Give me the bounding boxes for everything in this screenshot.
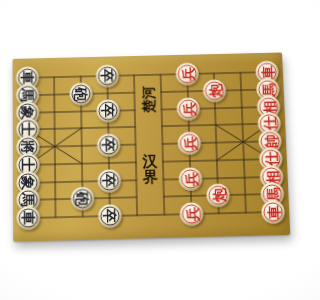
piece-black-soldier[interactable]: 卒 (98, 204, 122, 228)
piece-glyph-soldier: 卒 (98, 169, 121, 193)
xiangqi-board: 河 楚 汉 界 車馬象士將士象馬車砲砲卒卒卒卒卒兵兵兵兵兵炮炮車馬相仕帥仕相馬車 (13, 52, 291, 241)
piece-red-soldier[interactable]: 兵 (177, 97, 200, 120)
photo-background: 河 楚 汉 界 車馬象士將士象馬車砲砲卒卒卒卒卒兵兵兵兵兵炮炮車馬相仕帥仕相馬車 (0, 0, 300, 300)
piece-glyph-soldier: 兵 (176, 63, 199, 86)
piece-red-soldier[interactable]: 兵 (178, 132, 202, 155)
piece-glyph-soldier: 兵 (179, 167, 203, 190)
piece-glyph-cannon: 炮 (203, 79, 227, 102)
piece-black-soldier[interactable]: 卒 (96, 99, 119, 122)
piece-glyph-chariot: 車 (17, 206, 40, 230)
piece-glyph-soldier: 卒 (98, 204, 122, 228)
piece-black-cannon[interactable]: 砲 (69, 83, 92, 106)
piece-red-chariot[interactable]: 車 (261, 200, 285, 224)
piece-black-chariot[interactable]: 車 (17, 206, 40, 230)
piece-red-soldier[interactable]: 兵 (180, 202, 204, 226)
piece-glyph-soldier: 兵 (177, 97, 200, 120)
piece-glyph-chariot: 車 (261, 200, 285, 224)
piece-glyph-soldier: 兵 (180, 202, 204, 226)
piece-red-cannon[interactable]: 炮 (206, 183, 230, 207)
piece-glyph-soldier: 兵 (178, 132, 202, 155)
piece-red-soldier[interactable]: 兵 (179, 167, 203, 190)
piece-glyph-soldier: 卒 (96, 99, 119, 122)
piece-red-cannon[interactable]: 炮 (203, 79, 227, 102)
piece-glyph-cannon: 炮 (206, 183, 230, 207)
piece-black-cannon[interactable]: 砲 (71, 187, 94, 211)
piece-glyph-soldier: 卒 (97, 134, 120, 157)
piece-glyph-cannon: 砲 (69, 83, 92, 106)
piece-black-soldier[interactable]: 卒 (98, 169, 121, 193)
piece-black-soldier[interactable]: 卒 (97, 134, 120, 157)
piece-glyph-cannon: 砲 (71, 187, 94, 211)
piece-black-soldier[interactable]: 卒 (96, 65, 119, 88)
pieces-layer: 車馬象士將士象馬車砲砲卒卒卒卒卒兵兵兵兵兵炮炮車馬相仕帥仕相馬車 (13, 52, 291, 241)
piece-glyph-soldier: 卒 (96, 65, 119, 88)
piece-red-soldier[interactable]: 兵 (176, 63, 199, 86)
